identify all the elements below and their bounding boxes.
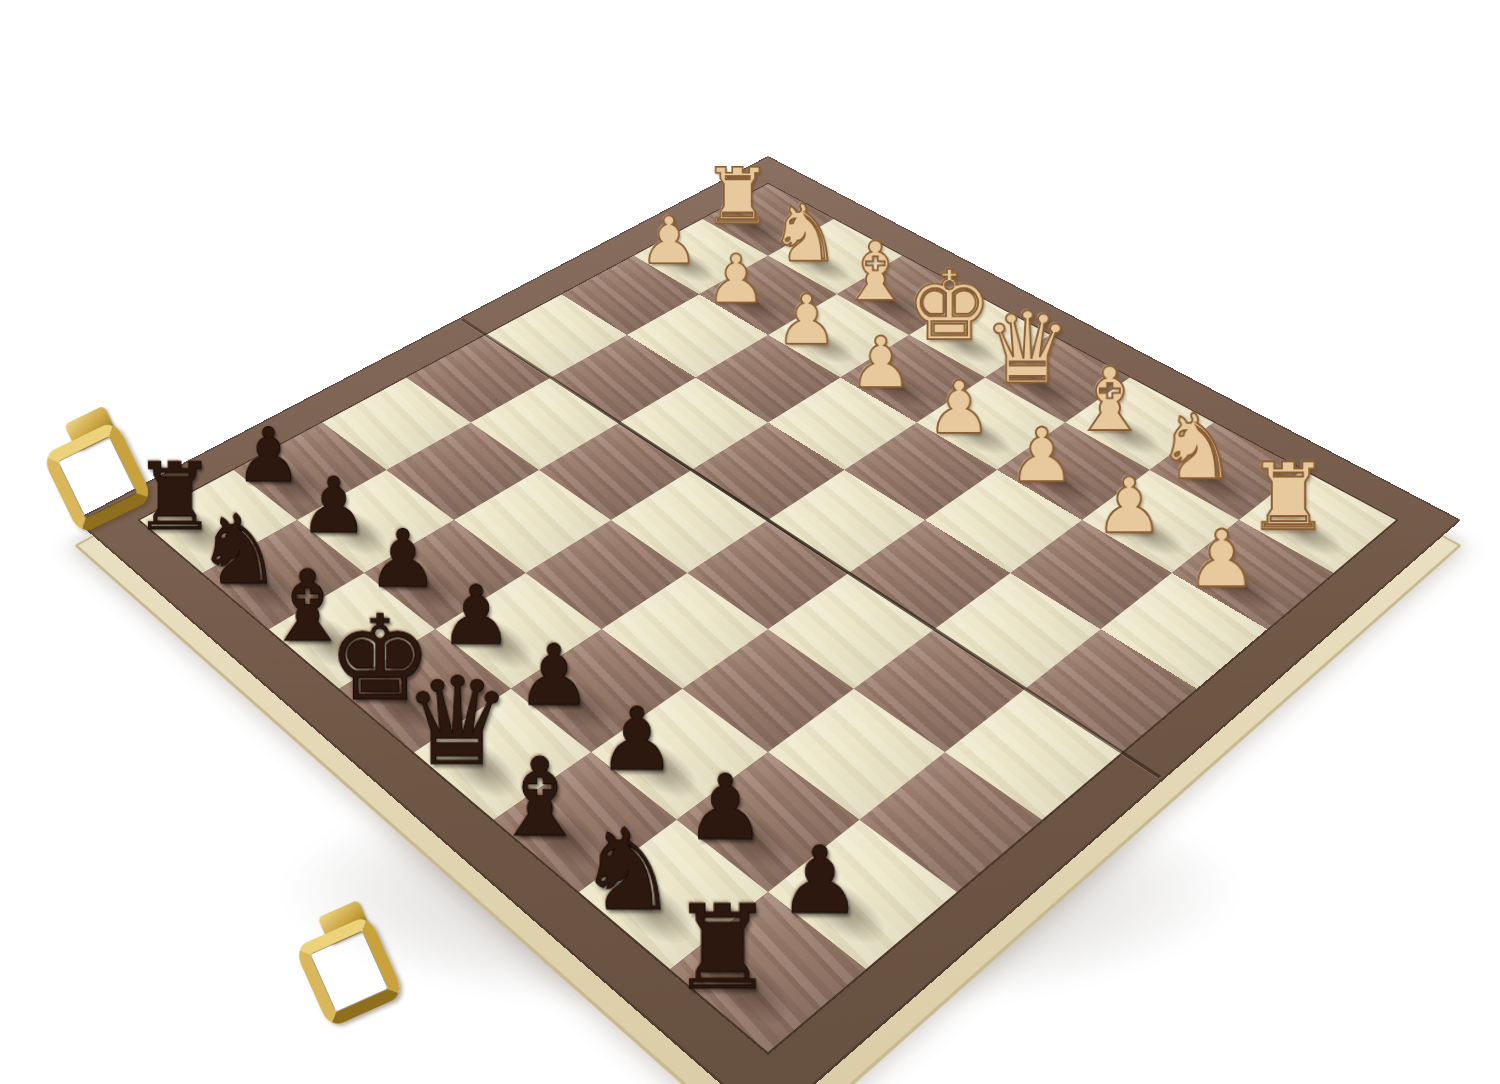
piece-black-pawn[interactable]: ♟	[778, 834, 861, 927]
piece-white-bishop[interactable]: ♝	[1070, 356, 1149, 444]
piece-white-pawn[interactable]: ♟	[639, 208, 698, 274]
piece-white-king[interactable]: ♚	[906, 258, 992, 354]
piece-black-pawn[interactable]: ♟	[367, 519, 438, 598]
piece-black-pawn[interactable]: ♟	[685, 763, 766, 853]
piece-white-pawn[interactable]: ♟	[776, 285, 838, 354]
piece-white-pawn[interactable]: ♟	[1095, 467, 1164, 544]
piece-white-bishop[interactable]: ♝	[839, 231, 912, 313]
piece-white-pawn[interactable]: ♟	[849, 327, 913, 398]
piece-white-rook[interactable]: ♜	[703, 158, 773, 236]
piece-black-pawn[interactable]: ♟	[516, 633, 592, 717]
piece-white-pawn[interactable]: ♟	[1186, 519, 1257, 598]
piece-white-knight[interactable]: ♞	[1156, 402, 1237, 493]
piece-white-pawn[interactable]: ♟	[1008, 418, 1075, 493]
piece-white-pawn[interactable]: ♟	[926, 371, 991, 444]
piece-white-knight[interactable]: ♞	[769, 194, 840, 274]
piece-black-pawn[interactable]: ♟	[440, 574, 513, 656]
piece-black-pawn[interactable]: ♟	[235, 418, 302, 493]
piece-white-rook[interactable]: ♜	[1246, 451, 1330, 544]
piece-white-pawn[interactable]: ♟	[706, 245, 766, 312]
piece-black-pawn[interactable]: ♟	[598, 696, 676, 783]
piece-black-pawn[interactable]: ♟	[299, 467, 368, 544]
square-b4[interactable]	[934, 573, 1100, 689]
piece-black-knight[interactable]: ♞	[577, 814, 678, 927]
piece-black-rook[interactable]: ♜	[670, 890, 774, 1007]
piece-black-bishop[interactable]: ♝	[491, 744, 589, 853]
product-photo-scene: ♜♞♝♚♛♝♞♜♟♟♟♟♟♟♟♟♟♟♟♟♟♟♟♟♜♞♝♚♛♝♞♜	[0, 0, 1500, 1084]
piece-white-queen[interactable]: ♛	[983, 299, 1072, 398]
